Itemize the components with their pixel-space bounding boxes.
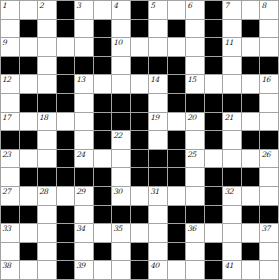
- clue-number: 28: [39, 187, 48, 196]
- grid-cell[interactable]: [186, 38, 204, 56]
- clue-number: 15: [187, 75, 196, 84]
- grid-cell[interactable]: [94, 75, 112, 93]
- blocked-cell: [205, 131, 223, 149]
- grid-cell[interactable]: [205, 75, 223, 93]
- clue-number: 27: [2, 187, 11, 196]
- grid-cell[interactable]: 40: [149, 261, 167, 279]
- blocked-cell: [186, 206, 204, 224]
- blocked-cell: [57, 168, 75, 186]
- grid-cell[interactable]: [186, 243, 204, 261]
- blocked-cell: [1, 131, 19, 149]
- blocked-cell: [131, 261, 149, 279]
- grid-cell[interactable]: [57, 113, 75, 131]
- grid-cell[interactable]: [223, 57, 241, 75]
- grid-cell[interactable]: [94, 224, 112, 242]
- grid-cell[interactable]: [186, 187, 204, 205]
- grid-cell[interactable]: [38, 75, 56, 93]
- grid-cell[interactable]: [112, 75, 130, 93]
- blocked-cell: [242, 94, 260, 112]
- blocked-cell: [94, 38, 112, 56]
- grid-cell[interactable]: [1, 94, 19, 112]
- blocked-cell: [205, 261, 223, 279]
- grid-cell[interactable]: [242, 224, 260, 242]
- blocked-cell: [242, 206, 260, 224]
- grid-cell[interactable]: [38, 150, 56, 168]
- blocked-cell: [94, 57, 112, 75]
- grid-cell[interactable]: 12: [1, 75, 19, 93]
- blocked-cell: [242, 131, 260, 149]
- grid-cell[interactable]: [223, 75, 241, 93]
- grid-cell[interactable]: [223, 131, 241, 149]
- blocked-cell: [260, 57, 278, 75]
- blocked-cell: [168, 168, 186, 186]
- grid-cell[interactable]: 4: [112, 1, 130, 19]
- crossword-grid: 1234567891011121314151617181920212223242…: [0, 0, 279, 280]
- grid-cell[interactable]: 9: [1, 38, 19, 56]
- blocked-cell: [57, 75, 75, 93]
- grid-cell[interactable]: [75, 38, 93, 56]
- blocked-cell: [94, 113, 112, 131]
- grid-cell[interactable]: [260, 94, 278, 112]
- grid-cell[interactable]: [94, 261, 112, 279]
- clue-number: 7: [224, 1, 228, 10]
- blocked-cell: [112, 206, 130, 224]
- blocked-cell: [131, 243, 149, 261]
- blocked-cell: [131, 113, 149, 131]
- grid-cell[interactable]: [112, 243, 130, 261]
- grid-cell[interactable]: [38, 131, 56, 149]
- blocked-cell: [205, 1, 223, 19]
- blocked-cell: [242, 243, 260, 261]
- grid-cell[interactable]: [20, 113, 38, 131]
- grid-cell[interactable]: [242, 38, 260, 56]
- grid-cell[interactable]: [1, 243, 19, 261]
- grid-cell[interactable]: [260, 187, 278, 205]
- grid-cell[interactable]: [260, 261, 278, 279]
- blocked-cell: [168, 131, 186, 149]
- grid-cell[interactable]: [38, 206, 56, 224]
- grid-cell[interactable]: [149, 243, 167, 261]
- grid-cell[interactable]: [38, 38, 56, 56]
- blocked-cell: [20, 206, 38, 224]
- grid-cell[interactable]: [20, 38, 38, 56]
- grid-cell[interactable]: 15: [186, 75, 204, 93]
- grid-cell[interactable]: 38: [1, 261, 19, 279]
- grid-cell[interactable]: [186, 57, 204, 75]
- grid-cell[interactable]: [38, 261, 56, 279]
- blocked-cell: [149, 168, 167, 186]
- grid-cell[interactable]: [223, 150, 241, 168]
- blocked-cell: [1, 206, 19, 224]
- grid-cell[interactable]: [20, 224, 38, 242]
- grid-cell[interactable]: 21: [223, 113, 241, 131]
- blocked-cell: [131, 206, 149, 224]
- blocked-cell: [1, 57, 19, 75]
- grid-cell[interactable]: [38, 20, 56, 38]
- blocked-cell: [168, 224, 186, 242]
- grid-cell[interactable]: [20, 187, 38, 205]
- blocked-cell: [112, 94, 130, 112]
- grid-cell[interactable]: 35: [112, 224, 130, 242]
- clue-number: 10: [113, 38, 122, 47]
- grid-cell[interactable]: [57, 187, 75, 205]
- grid-cell[interactable]: [223, 20, 241, 38]
- grid-cell[interactable]: 13: [75, 75, 93, 93]
- blocked-cell: [112, 113, 130, 131]
- blocked-cell: [223, 168, 241, 186]
- blocked-cell: [149, 150, 167, 168]
- grid-cell[interactable]: 27: [1, 187, 19, 205]
- blocked-cell: [57, 243, 75, 261]
- clue-number: 37: [261, 224, 270, 233]
- grid-cell[interactable]: 24: [75, 150, 93, 168]
- blocked-cell: [20, 57, 38, 75]
- blocked-cell: [57, 261, 75, 279]
- blocked-cell: [168, 206, 186, 224]
- grid-cell[interactable]: [20, 150, 38, 168]
- blocked-cell: [20, 131, 38, 149]
- blocked-cell: [94, 243, 112, 261]
- grid-cell[interactable]: [131, 187, 149, 205]
- grid-cell[interactable]: [20, 261, 38, 279]
- grid-cell[interactable]: [168, 187, 186, 205]
- blocked-cell: [57, 150, 75, 168]
- grid-cell[interactable]: [38, 243, 56, 261]
- blocked-cell: [20, 168, 38, 186]
- grid-cell[interactable]: [112, 168, 130, 186]
- blocked-cell: [131, 168, 149, 186]
- blocked-cell: [94, 20, 112, 38]
- grid-cell[interactable]: 41: [223, 261, 241, 279]
- clue-number: 19: [150, 113, 159, 122]
- grid-cell[interactable]: [260, 113, 278, 131]
- blocked-cell: [131, 1, 149, 19]
- blocked-cell: [260, 131, 278, 149]
- blocked-cell: [242, 57, 260, 75]
- blocked-cell: [242, 168, 260, 186]
- clue-number: 31: [150, 187, 159, 196]
- blocked-cell: [186, 94, 204, 112]
- clue-number: 26: [261, 150, 270, 159]
- grid-cell[interactable]: [112, 261, 130, 279]
- grid-cell[interactable]: [149, 38, 167, 56]
- blocked-cell: [260, 206, 278, 224]
- blocked-cell: [57, 206, 75, 224]
- clue-number: 35: [113, 224, 122, 233]
- clue-number: 22: [113, 131, 122, 140]
- blocked-cell: [242, 20, 260, 38]
- grid-cell[interactable]: [75, 113, 93, 131]
- grid-cell[interactable]: 37: [260, 224, 278, 242]
- clue-number: 25: [187, 150, 196, 159]
- grid-cell[interactable]: 36: [186, 224, 204, 242]
- clue-number: 4: [113, 1, 117, 10]
- grid-cell[interactable]: 6: [186, 1, 204, 19]
- grid-cell[interactable]: 11: [223, 38, 241, 56]
- blocked-cell: [20, 243, 38, 261]
- clue-number: 38: [2, 261, 11, 270]
- clue-number: 1: [2, 1, 6, 10]
- grid-cell[interactable]: 16: [260, 75, 278, 93]
- grid-cell[interactable]: 32: [223, 187, 241, 205]
- grid-cell[interactable]: [94, 1, 112, 19]
- grid-cell[interactable]: 3: [75, 1, 93, 19]
- blocked-cell: [75, 57, 93, 75]
- grid-cell[interactable]: [168, 261, 186, 279]
- blocked-cell: [205, 38, 223, 56]
- clue-number: 23: [2, 150, 11, 159]
- grid-cell[interactable]: 39: [75, 261, 93, 279]
- blocked-cell: [205, 94, 223, 112]
- blocked-cell: [94, 206, 112, 224]
- clue-number: 40: [150, 261, 159, 270]
- grid-cell[interactable]: [260, 20, 278, 38]
- clue-number: 16: [261, 75, 270, 84]
- grid-cell[interactable]: [149, 206, 167, 224]
- grid-cell[interactable]: [112, 150, 130, 168]
- clue-number: 3: [76, 1, 80, 10]
- grid-cell[interactable]: [205, 224, 223, 242]
- grid-cell[interactable]: [149, 224, 167, 242]
- grid-cell[interactable]: [242, 113, 260, 131]
- blocked-cell: [205, 20, 223, 38]
- clue-number: 30: [113, 187, 122, 196]
- blocked-cell: [131, 131, 149, 149]
- blocked-cell: [94, 168, 112, 186]
- grid-cell[interactable]: [1, 168, 19, 186]
- grid-cell[interactable]: [149, 131, 167, 149]
- clue-number: 32: [224, 187, 233, 196]
- blocked-cell: [57, 1, 75, 19]
- clue-number: 5: [150, 1, 154, 10]
- blocked-cell: [168, 57, 186, 75]
- grid-cell[interactable]: 22: [112, 131, 130, 149]
- grid-cell[interactable]: [260, 38, 278, 56]
- grid-cell[interactable]: 19: [149, 113, 167, 131]
- clue-number: 6: [187, 1, 191, 10]
- clue-number: 13: [76, 75, 85, 84]
- clue-number: 39: [76, 261, 85, 270]
- grid-cell[interactable]: [205, 150, 223, 168]
- clue-number: 41: [224, 261, 233, 270]
- grid-cell[interactable]: 18: [38, 113, 56, 131]
- blocked-cell: [94, 131, 112, 149]
- grid-cell[interactable]: [1, 20, 19, 38]
- blocked-cell: [168, 150, 186, 168]
- grid-cell[interactable]: [186, 261, 204, 279]
- clue-number: 12: [2, 75, 11, 84]
- clue-number: 8: [261, 1, 265, 10]
- grid-cell[interactable]: [149, 94, 167, 112]
- blocked-cell: [131, 20, 149, 38]
- grid-cell[interactable]: [75, 20, 93, 38]
- grid-cell[interactable]: [242, 261, 260, 279]
- clue-number: 21: [224, 113, 233, 122]
- blocked-cell: [94, 94, 112, 112]
- blocked-cell: [75, 168, 93, 186]
- grid-cell[interactable]: 30: [112, 187, 130, 205]
- clue-number: 17: [2, 113, 11, 122]
- grid-cell[interactable]: [112, 57, 130, 75]
- grid-cell[interactable]: 29: [75, 187, 93, 205]
- clue-number: 2: [39, 1, 43, 10]
- grid-cell[interactable]: [186, 20, 204, 38]
- grid-cell[interactable]: [223, 243, 241, 261]
- blocked-cell: [131, 150, 149, 168]
- grid-cell[interactable]: [38, 57, 56, 75]
- blocked-cell: [57, 224, 75, 242]
- grid-cell[interactable]: 7: [223, 1, 241, 19]
- grid-cell[interactable]: [168, 113, 186, 131]
- clue-number: 14: [150, 75, 159, 84]
- grid-cell[interactable]: [242, 150, 260, 168]
- clue-number: 33: [2, 224, 11, 233]
- blocked-cell: [57, 20, 75, 38]
- grid-cell[interactable]: [131, 38, 149, 56]
- grid-cell[interactable]: 10: [112, 38, 130, 56]
- blocked-cell: [205, 57, 223, 75]
- grid-cell[interactable]: [242, 187, 260, 205]
- clue-number: 36: [187, 224, 196, 233]
- blocked-cell: [38, 168, 56, 186]
- blocked-cell: [168, 94, 186, 112]
- blocked-cell: [94, 187, 112, 205]
- grid-cell[interactable]: 26: [260, 150, 278, 168]
- grid-cell[interactable]: [94, 150, 112, 168]
- grid-cell[interactable]: [242, 75, 260, 93]
- grid-cell[interactable]: 1: [1, 1, 19, 19]
- clue-number: 24: [76, 150, 85, 159]
- grid-cell[interactable]: [57, 38, 75, 56]
- blocked-cell: [20, 20, 38, 38]
- blocked-cell: [205, 168, 223, 186]
- grid-cell[interactable]: 14: [149, 75, 167, 93]
- grid-cell[interactable]: [131, 224, 149, 242]
- grid-cell[interactable]: [223, 206, 241, 224]
- grid-cell[interactable]: [20, 1, 38, 19]
- blocked-cell: [131, 94, 149, 112]
- clue-number: 29: [76, 187, 85, 196]
- grid-cell[interactable]: [149, 20, 167, 38]
- blocked-cell: [38, 94, 56, 112]
- grid-cell[interactable]: [75, 243, 93, 261]
- grid-cell[interactable]: 8: [260, 1, 278, 19]
- blocked-cell: [57, 131, 75, 149]
- blocked-cell: [149, 57, 167, 75]
- blocked-cell: [223, 94, 241, 112]
- grid-cell[interactable]: 20: [186, 113, 204, 131]
- grid-cell[interactable]: [75, 94, 93, 112]
- blocked-cell: [57, 94, 75, 112]
- grid-cell[interactable]: 23: [1, 150, 19, 168]
- grid-cell[interactable]: [186, 168, 204, 186]
- blocked-cell: [168, 243, 186, 261]
- blocked-cell: [205, 243, 223, 261]
- grid-cell[interactable]: [20, 75, 38, 93]
- clue-number: 11: [224, 38, 233, 47]
- blocked-cell: [131, 57, 149, 75]
- grid-cell[interactable]: [223, 224, 241, 242]
- blocked-cell: [205, 187, 223, 205]
- grid-cell[interactable]: [75, 206, 93, 224]
- grid-cell[interactable]: [38, 224, 56, 242]
- grid-cell[interactable]: [186, 131, 204, 149]
- grid-cell[interactable]: 2: [38, 1, 56, 19]
- grid-cell[interactable]: 5: [149, 1, 167, 19]
- blocked-cell: [205, 113, 223, 131]
- grid-cell[interactable]: [168, 1, 186, 19]
- grid-cell[interactable]: 25: [186, 150, 204, 168]
- grid-cell[interactable]: [260, 243, 278, 261]
- grid-cell[interactable]: 31: [149, 187, 167, 205]
- grid-cell[interactable]: [131, 75, 149, 93]
- grid-cell[interactable]: [242, 1, 260, 19]
- clue-number: 34: [76, 224, 85, 233]
- grid-cell[interactable]: [75, 131, 93, 149]
- blocked-cell: [168, 20, 186, 38]
- grid-cell[interactable]: [168, 38, 186, 56]
- clue-number: 9: [2, 38, 6, 47]
- clue-number: 20: [187, 113, 196, 122]
- grid-cell[interactable]: [112, 20, 130, 38]
- blocked-cell: [205, 206, 223, 224]
- grid-cell[interactable]: [260, 168, 278, 186]
- blocked-cell: [168, 75, 186, 93]
- blocked-cell: [20, 94, 38, 112]
- grid-cell[interactable]: 17: [1, 113, 19, 131]
- blocked-cell: [57, 57, 75, 75]
- clue-number: 18: [39, 113, 48, 122]
- grid-cell[interactable]: 34: [75, 224, 93, 242]
- grid-cell[interactable]: 28: [38, 187, 56, 205]
- grid-cell[interactable]: 33: [1, 224, 19, 242]
